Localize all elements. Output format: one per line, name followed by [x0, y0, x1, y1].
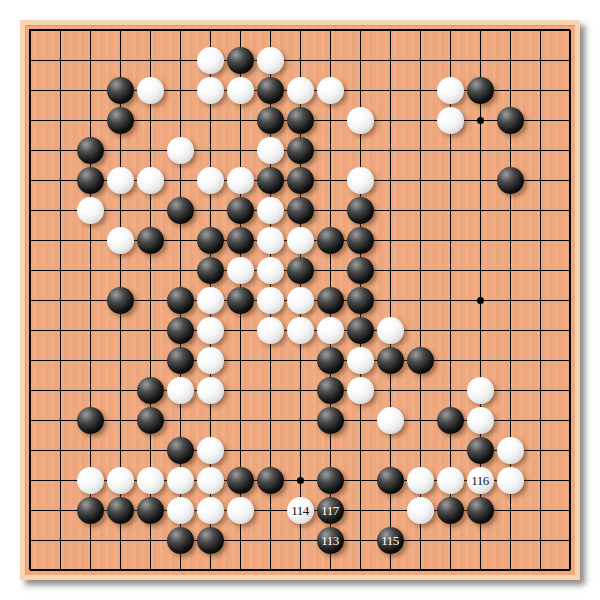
black-stone [257, 467, 284, 494]
white-stone [257, 227, 284, 254]
black-stone [377, 347, 404, 374]
star-point [297, 477, 304, 484]
white-stone [467, 407, 494, 434]
white-stone [137, 77, 164, 104]
white-stone [167, 377, 194, 404]
white-stone [197, 317, 224, 344]
black-stone [317, 467, 344, 494]
black-stone [137, 227, 164, 254]
white-stone [347, 377, 374, 404]
black-stone [137, 377, 164, 404]
black-stone [287, 257, 314, 284]
black-stone [317, 347, 344, 374]
black-stone [287, 107, 314, 134]
black-stone [347, 227, 374, 254]
black-stone [227, 467, 254, 494]
black-stone [467, 437, 494, 464]
black-stone [317, 377, 344, 404]
white-stone [167, 467, 194, 494]
white-stone [317, 77, 344, 104]
black-stone [197, 257, 224, 284]
black-stone [227, 287, 254, 314]
move-113-stone: 113 [317, 527, 344, 554]
go-app-window: 116114117113115 [0, 0, 600, 600]
white-stone [377, 407, 404, 434]
white-stone [437, 107, 464, 134]
black-stone [197, 227, 224, 254]
black-stone [467, 497, 494, 524]
black-stone [167, 527, 194, 554]
white-stone [347, 347, 374, 374]
black-stone [467, 77, 494, 104]
black-stone [317, 227, 344, 254]
black-stone [167, 317, 194, 344]
white-stone [197, 497, 224, 524]
white-stone [167, 497, 194, 524]
move-117-stone: 117 [317, 497, 344, 524]
black-stone [377, 467, 404, 494]
white-stone [257, 47, 284, 74]
white-stone [437, 467, 464, 494]
white-stone [197, 467, 224, 494]
white-stone [377, 317, 404, 344]
black-stone [77, 407, 104, 434]
black-stone [107, 107, 134, 134]
white-stone [257, 257, 284, 284]
white-stone [257, 287, 284, 314]
black-stone [317, 407, 344, 434]
white-stone [257, 137, 284, 164]
black-stone [137, 497, 164, 524]
white-stone [287, 77, 314, 104]
black-stone [347, 287, 374, 314]
grid-line [30, 570, 570, 571]
grid-line [570, 30, 571, 570]
black-stone [287, 137, 314, 164]
white-stone [77, 197, 104, 224]
black-stone [197, 527, 224, 554]
black-stone [167, 287, 194, 314]
black-stone [347, 317, 374, 344]
white-stone [197, 437, 224, 464]
grid-line [30, 360, 570, 361]
black-stone [167, 197, 194, 224]
white-stone [407, 467, 434, 494]
white-stone [107, 167, 134, 194]
black-stone [167, 437, 194, 464]
white-stone [317, 317, 344, 344]
white-stone [227, 77, 254, 104]
black-stone [437, 407, 464, 434]
white-stone [437, 77, 464, 104]
white-stone [197, 287, 224, 314]
white-stone [497, 467, 524, 494]
white-stone [227, 497, 254, 524]
black-stone [107, 287, 134, 314]
black-stone [287, 167, 314, 194]
white-stone [167, 137, 194, 164]
white-stone [257, 317, 284, 344]
grid-line [540, 30, 541, 570]
white-stone [197, 47, 224, 74]
white-stone [347, 167, 374, 194]
black-stone [107, 77, 134, 104]
white-stone [497, 437, 524, 464]
black-stone [347, 197, 374, 224]
white-stone [137, 167, 164, 194]
black-stone [107, 497, 134, 524]
black-stone [287, 197, 314, 224]
white-stone [107, 227, 134, 254]
move-115-stone: 115 [377, 527, 404, 554]
star-point [477, 117, 484, 124]
black-stone [257, 107, 284, 134]
black-stone [137, 407, 164, 434]
white-stone [287, 317, 314, 344]
white-stone [197, 167, 224, 194]
white-stone [197, 377, 224, 404]
white-stone [107, 467, 134, 494]
grid-line [30, 540, 570, 541]
white-stone [197, 347, 224, 374]
black-stone [257, 77, 284, 104]
white-stone [227, 257, 254, 284]
white-stone [467, 377, 494, 404]
white-stone [77, 467, 104, 494]
black-stone [257, 167, 284, 194]
black-stone [347, 257, 374, 284]
black-stone [227, 227, 254, 254]
white-stone [137, 467, 164, 494]
black-stone [437, 497, 464, 524]
move-116-stone: 116 [467, 467, 494, 494]
black-stone [227, 47, 254, 74]
black-stone [407, 347, 434, 374]
white-stone [227, 167, 254, 194]
black-stone [77, 137, 104, 164]
white-stone [287, 287, 314, 314]
white-stone [257, 197, 284, 224]
black-stone [317, 287, 344, 314]
black-stone [227, 197, 254, 224]
star-point [477, 297, 484, 304]
black-stone [497, 167, 524, 194]
black-stone [77, 497, 104, 524]
black-stone [497, 107, 524, 134]
black-stone [167, 347, 194, 374]
black-stone [77, 167, 104, 194]
move-114-stone: 114 [287, 497, 314, 524]
white-stone [197, 77, 224, 104]
white-stone [347, 107, 374, 134]
white-stone [287, 227, 314, 254]
white-stone [407, 497, 434, 524]
